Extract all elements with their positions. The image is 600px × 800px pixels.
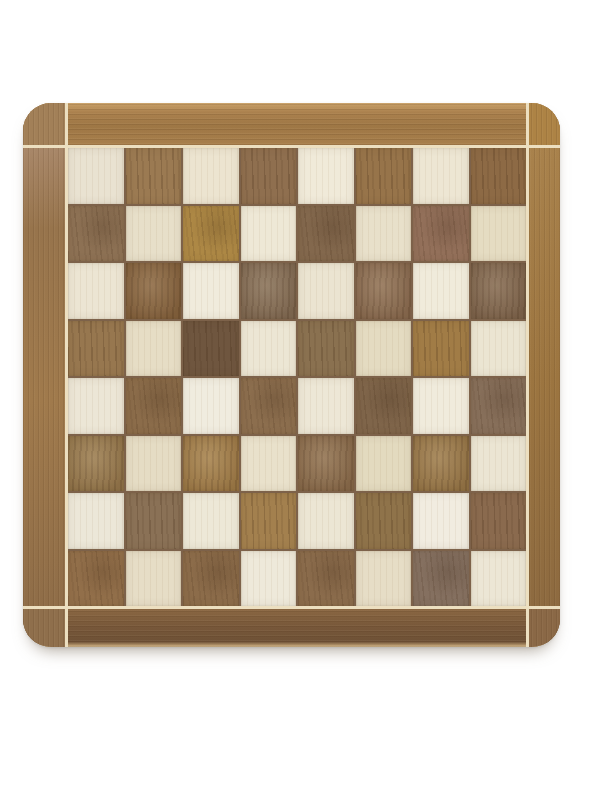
- square-d7[interactable]: [241, 206, 297, 262]
- square-a8[interactable]: [68, 148, 124, 204]
- square-e2[interactable]: [298, 493, 354, 549]
- board-frame-right: [529, 145, 560, 609]
- playing-field: [65, 145, 529, 609]
- square-g1[interactable]: [413, 551, 469, 607]
- squares-grid: [68, 148, 526, 606]
- square-c2[interactable]: [183, 493, 239, 549]
- square-c4[interactable]: [183, 378, 239, 434]
- corner-inlay-bl-horizontal: [23, 606, 68, 609]
- square-b8[interactable]: [126, 148, 182, 204]
- square-f3[interactable]: [356, 436, 412, 492]
- square-d6[interactable]: [241, 263, 297, 319]
- corner-inlay-bl-vertical: [65, 606, 68, 647]
- square-d2[interactable]: [241, 493, 297, 549]
- square-a3[interactable]: [68, 436, 124, 492]
- photo-background: [0, 0, 600, 800]
- corner-inlay-tr-vertical: [526, 103, 529, 148]
- square-f4[interactable]: [356, 378, 412, 434]
- square-g2[interactable]: [413, 493, 469, 549]
- square-e6[interactable]: [298, 263, 354, 319]
- square-d8[interactable]: [241, 148, 297, 204]
- square-c1[interactable]: [183, 551, 239, 607]
- square-b3[interactable]: [126, 436, 182, 492]
- square-a2[interactable]: [68, 493, 124, 549]
- square-f5[interactable]: [356, 321, 412, 377]
- square-b7[interactable]: [126, 206, 182, 262]
- square-h2[interactable]: [471, 493, 527, 549]
- board-frame-corner-bl: [23, 606, 68, 647]
- square-g3[interactable]: [413, 436, 469, 492]
- square-f2[interactable]: [356, 493, 412, 549]
- corner-inlay-br-horizontal: [526, 606, 560, 609]
- square-h5[interactable]: [471, 321, 527, 377]
- square-a7[interactable]: [68, 206, 124, 262]
- board-frame-left: [23, 145, 65, 609]
- board-frame-corner-tr: [526, 103, 560, 148]
- square-b5[interactable]: [126, 321, 182, 377]
- corner-inlay-tl-vertical: [65, 103, 68, 148]
- square-e3[interactable]: [298, 436, 354, 492]
- square-d4[interactable]: [241, 378, 297, 434]
- square-h4[interactable]: [471, 378, 527, 434]
- square-h1[interactable]: [471, 551, 527, 607]
- square-f6[interactable]: [356, 263, 412, 319]
- square-h7[interactable]: [471, 206, 527, 262]
- corner-inlay-tl-horizontal: [23, 145, 68, 148]
- square-d5[interactable]: [241, 321, 297, 377]
- square-f8[interactable]: [356, 148, 412, 204]
- square-e8[interactable]: [298, 148, 354, 204]
- square-e1[interactable]: [298, 551, 354, 607]
- square-c8[interactable]: [183, 148, 239, 204]
- corner-inlay-br-vertical: [526, 606, 529, 647]
- square-b6[interactable]: [126, 263, 182, 319]
- square-b4[interactable]: [126, 378, 182, 434]
- square-c5[interactable]: [183, 321, 239, 377]
- board-frame-corner-tl: [23, 103, 68, 148]
- square-d1[interactable]: [241, 551, 297, 607]
- square-h3[interactable]: [471, 436, 527, 492]
- board-frame-corner-br: [526, 606, 560, 647]
- square-f7[interactable]: [356, 206, 412, 262]
- square-f1[interactable]: [356, 551, 412, 607]
- board-frame-top: [23, 103, 560, 145]
- square-g5[interactable]: [413, 321, 469, 377]
- square-e7[interactable]: [298, 206, 354, 262]
- square-a4[interactable]: [68, 378, 124, 434]
- chess-board: [23, 103, 560, 647]
- square-g6[interactable]: [413, 263, 469, 319]
- square-b1[interactable]: [126, 551, 182, 607]
- square-a5[interactable]: [68, 321, 124, 377]
- square-h8[interactable]: [471, 148, 527, 204]
- square-b2[interactable]: [126, 493, 182, 549]
- square-c7[interactable]: [183, 206, 239, 262]
- square-e5[interactable]: [298, 321, 354, 377]
- square-d3[interactable]: [241, 436, 297, 492]
- board-frame-bottom: [23, 609, 560, 647]
- corner-inlay-tr-horizontal: [526, 145, 560, 148]
- square-c3[interactable]: [183, 436, 239, 492]
- square-c6[interactable]: [183, 263, 239, 319]
- square-g4[interactable]: [413, 378, 469, 434]
- square-h6[interactable]: [471, 263, 527, 319]
- square-g7[interactable]: [413, 206, 469, 262]
- square-g8[interactable]: [413, 148, 469, 204]
- square-e4[interactable]: [298, 378, 354, 434]
- square-a6[interactable]: [68, 263, 124, 319]
- square-a1[interactable]: [68, 551, 124, 607]
